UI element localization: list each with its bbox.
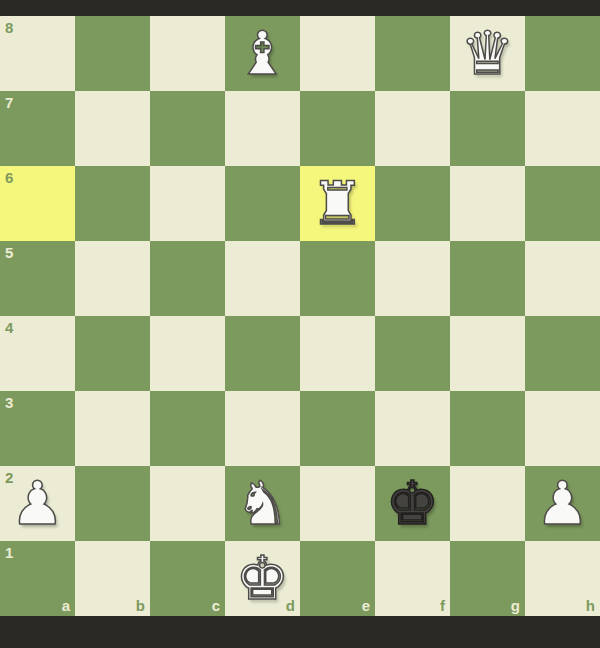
square-b5[interactable] xyxy=(75,241,150,316)
file-label-b: b xyxy=(136,598,145,613)
square-h6[interactable] xyxy=(525,166,600,241)
square-d3[interactable] xyxy=(225,391,300,466)
rank-label-3: 3 xyxy=(5,395,13,410)
square-c3[interactable] xyxy=(150,391,225,466)
square-f4[interactable] xyxy=(375,316,450,391)
square-b2[interactable] xyxy=(75,466,150,541)
square-f8[interactable] xyxy=(375,16,450,91)
white-pawn[interactable]: ♟ xyxy=(11,466,65,541)
rank-label-6: 6 xyxy=(5,170,13,185)
square-a7[interactable]: 7 xyxy=(0,91,75,166)
file-label-g: g xyxy=(511,598,520,613)
square-f1[interactable]: f xyxy=(375,541,450,616)
square-c1[interactable]: c xyxy=(150,541,225,616)
square-h3[interactable] xyxy=(525,391,600,466)
rank-label-1: 1 xyxy=(5,545,13,560)
white-knight[interactable]: ♞ xyxy=(236,466,290,541)
file-label-c: c xyxy=(212,598,220,613)
square-f7[interactable] xyxy=(375,91,450,166)
square-f6[interactable] xyxy=(375,166,450,241)
square-f5[interactable] xyxy=(375,241,450,316)
rank-label-7: 7 xyxy=(5,95,13,110)
black-king[interactable]: ♚ xyxy=(386,466,440,541)
square-h1[interactable]: h xyxy=(525,541,600,616)
square-c4[interactable] xyxy=(150,316,225,391)
square-b7[interactable] xyxy=(75,91,150,166)
square-d1[interactable]: d♚ xyxy=(225,541,300,616)
square-c8[interactable] xyxy=(150,16,225,91)
square-b4[interactable] xyxy=(75,316,150,391)
square-b1[interactable]: b xyxy=(75,541,150,616)
white-bishop[interactable]: ♝ xyxy=(236,16,290,91)
square-e6[interactable]: ♜ xyxy=(300,166,375,241)
square-c2[interactable] xyxy=(150,466,225,541)
square-d4[interactable] xyxy=(225,316,300,391)
bottom-frame-bar xyxy=(0,616,600,648)
white-pawn[interactable]: ♟ xyxy=(536,466,590,541)
chess-board: 8♝♛76♜5432♟♞♚♟1abcd♚efgh xyxy=(0,16,600,616)
square-d8[interactable]: ♝ xyxy=(225,16,300,91)
square-a1[interactable]: 1a xyxy=(0,541,75,616)
square-d2[interactable]: ♞ xyxy=(225,466,300,541)
square-h8[interactable] xyxy=(525,16,600,91)
square-d5[interactable] xyxy=(225,241,300,316)
square-a8[interactable]: 8 xyxy=(0,16,75,91)
square-b6[interactable] xyxy=(75,166,150,241)
square-h7[interactable] xyxy=(525,91,600,166)
square-a4[interactable]: 4 xyxy=(0,316,75,391)
square-a2[interactable]: 2♟ xyxy=(0,466,75,541)
square-d7[interactable] xyxy=(225,91,300,166)
square-e5[interactable] xyxy=(300,241,375,316)
square-h4[interactable] xyxy=(525,316,600,391)
square-g7[interactable] xyxy=(450,91,525,166)
square-g3[interactable] xyxy=(450,391,525,466)
square-e3[interactable] xyxy=(300,391,375,466)
top-frame-bar xyxy=(0,0,600,16)
square-f3[interactable] xyxy=(375,391,450,466)
square-e4[interactable] xyxy=(300,316,375,391)
rank-label-4: 4 xyxy=(5,320,13,335)
square-b8[interactable] xyxy=(75,16,150,91)
square-a6[interactable]: 6 xyxy=(0,166,75,241)
file-label-f: f xyxy=(440,598,445,613)
square-a5[interactable]: 5 xyxy=(0,241,75,316)
white-queen[interactable]: ♛ xyxy=(461,16,515,91)
square-g8[interactable]: ♛ xyxy=(450,16,525,91)
square-e8[interactable] xyxy=(300,16,375,91)
square-g5[interactable] xyxy=(450,241,525,316)
square-d6[interactable] xyxy=(225,166,300,241)
square-h5[interactable] xyxy=(525,241,600,316)
square-b3[interactable] xyxy=(75,391,150,466)
square-a3[interactable]: 3 xyxy=(0,391,75,466)
white-king[interactable]: ♚ xyxy=(236,541,290,616)
file-label-e: e xyxy=(362,598,370,613)
square-g6[interactable] xyxy=(450,166,525,241)
square-h2[interactable]: ♟ xyxy=(525,466,600,541)
file-label-h: h xyxy=(586,598,595,613)
square-e7[interactable] xyxy=(300,91,375,166)
square-g2[interactable] xyxy=(450,466,525,541)
rank-label-8: 8 xyxy=(5,20,13,35)
square-c5[interactable] xyxy=(150,241,225,316)
file-label-a: a xyxy=(62,598,70,613)
square-g1[interactable]: g xyxy=(450,541,525,616)
square-e2[interactable] xyxy=(300,466,375,541)
square-g4[interactable] xyxy=(450,316,525,391)
rank-label-5: 5 xyxy=(5,245,13,260)
square-c7[interactable] xyxy=(150,91,225,166)
white-rook[interactable]: ♜ xyxy=(311,166,365,241)
square-c6[interactable] xyxy=(150,166,225,241)
square-f2[interactable]: ♚ xyxy=(375,466,450,541)
square-e1[interactable]: e xyxy=(300,541,375,616)
